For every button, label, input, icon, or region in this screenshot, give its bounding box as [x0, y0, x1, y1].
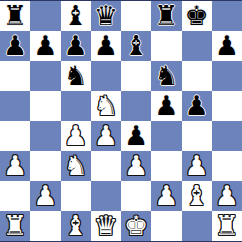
black-pawn: ♟ [3, 32, 27, 59]
square-a1[interactable]: ♜ [0, 211, 30, 241]
black-pawn: ♟ [124, 122, 148, 149]
square-g6[interactable] [182, 61, 212, 91]
black-pawn: ♟ [185, 92, 209, 119]
white-rook: ♜ [215, 212, 239, 239]
white-king: ♚ [124, 212, 148, 239]
black-knight: ♞ [64, 62, 88, 89]
white-pawn: ♟ [124, 152, 148, 179]
square-c1[interactable]: ♝ [61, 211, 91, 241]
square-f1[interactable] [151, 211, 181, 241]
square-d4[interactable]: ♟ [91, 121, 121, 151]
square-f5[interactable]: ♟ [151, 91, 181, 121]
square-e3[interactable]: ♟ [121, 151, 151, 181]
square-e6[interactable] [121, 61, 151, 91]
black-pawn: ♟ [154, 92, 178, 119]
white-queen: ♛ [94, 212, 118, 239]
square-g3[interactable]: ♟ [182, 151, 212, 181]
square-a5[interactable] [0, 91, 30, 121]
black-bishop: ♝ [64, 2, 88, 29]
white-bishop: ♝ [64, 212, 88, 239]
black-bishop: ♝ [124, 32, 148, 59]
square-b2[interactable]: ♟ [30, 181, 60, 211]
square-c7[interactable]: ♟ [61, 31, 91, 61]
white-pawn: ♟ [185, 152, 209, 179]
square-d7[interactable]: ♟ [91, 31, 121, 61]
square-e1[interactable]: ♚ [121, 211, 151, 241]
black-pawn: ♟ [33, 32, 57, 59]
square-a4[interactable] [0, 121, 30, 151]
white-rook: ♜ [3, 212, 27, 239]
square-a7[interactable]: ♟ [0, 31, 30, 61]
white-pawn: ♟ [33, 182, 57, 209]
square-b6[interactable] [30, 61, 60, 91]
white-pawn: ♟ [3, 152, 27, 179]
square-h8[interactable] [212, 1, 242, 31]
square-c5[interactable] [61, 91, 91, 121]
black-pawn: ♟ [64, 32, 88, 59]
square-e2[interactable] [121, 181, 151, 211]
square-f6[interactable]: ♞ [151, 61, 181, 91]
white-knight: ♞ [94, 92, 118, 119]
square-f4[interactable] [151, 121, 181, 151]
white-pawn: ♟ [64, 122, 88, 149]
square-e8[interactable] [121, 1, 151, 31]
square-f7[interactable] [151, 31, 181, 61]
square-c3[interactable]: ♞ [61, 151, 91, 181]
black-queen: ♛ [94, 2, 118, 29]
black-pawn: ♟ [215, 32, 239, 59]
square-g5[interactable]: ♟ [182, 91, 212, 121]
square-d8[interactable]: ♛ [91, 1, 121, 31]
square-d6[interactable] [91, 61, 121, 91]
square-c2[interactable] [61, 181, 91, 211]
square-h1[interactable]: ♜ [212, 211, 242, 241]
square-a8[interactable]: ♜ [0, 1, 30, 31]
square-h4[interactable] [212, 121, 242, 151]
square-d5[interactable]: ♞ [91, 91, 121, 121]
square-h5[interactable] [212, 91, 242, 121]
square-a3[interactable]: ♟ [0, 151, 30, 181]
square-b8[interactable] [30, 1, 60, 31]
square-h6[interactable] [212, 61, 242, 91]
black-rook: ♜ [154, 2, 178, 29]
square-e5[interactable] [121, 91, 151, 121]
black-rook: ♜ [3, 2, 27, 29]
square-c8[interactable]: ♝ [61, 1, 91, 31]
black-pawn: ♟ [94, 32, 118, 59]
white-pawn: ♟ [154, 182, 178, 209]
square-a6[interactable] [0, 61, 30, 91]
square-b4[interactable] [30, 121, 60, 151]
chess-board-frame: ♜♝♛♜♚♟♟♟♟♝♟♞♞♞♟♟♟♟♟♟♞♟♟♟♟♝♟♜♝♛♚♜ [0, 0, 242, 242]
square-g1[interactable] [182, 211, 212, 241]
chess-board: ♜♝♛♜♚♟♟♟♟♝♟♞♞♞♟♟♟♟♟♟♞♟♟♟♟♝♟♜♝♛♚♜ [0, 1, 242, 241]
square-h3[interactable] [212, 151, 242, 181]
white-pawn: ♟ [215, 182, 239, 209]
black-king: ♚ [185, 2, 209, 29]
square-e4[interactable]: ♟ [121, 121, 151, 151]
square-d1[interactable]: ♛ [91, 211, 121, 241]
white-bishop: ♝ [185, 182, 209, 209]
square-f2[interactable]: ♟ [151, 181, 181, 211]
square-d2[interactable] [91, 181, 121, 211]
square-g2[interactable]: ♝ [182, 181, 212, 211]
square-h7[interactable]: ♟ [212, 31, 242, 61]
square-c6[interactable]: ♞ [61, 61, 91, 91]
square-f3[interactable] [151, 151, 181, 181]
square-h2[interactable]: ♟ [212, 181, 242, 211]
square-g8[interactable]: ♚ [182, 1, 212, 31]
square-g7[interactable] [182, 31, 212, 61]
black-knight: ♞ [154, 62, 178, 89]
square-a2[interactable] [0, 181, 30, 211]
square-b3[interactable] [30, 151, 60, 181]
square-b5[interactable] [30, 91, 60, 121]
square-d3[interactable] [91, 151, 121, 181]
square-b7[interactable]: ♟ [30, 31, 60, 61]
square-e7[interactable]: ♝ [121, 31, 151, 61]
square-c4[interactable]: ♟ [61, 121, 91, 151]
white-knight: ♞ [64, 152, 88, 179]
square-f8[interactable]: ♜ [151, 1, 181, 31]
square-b1[interactable] [30, 211, 60, 241]
white-pawn: ♟ [94, 122, 118, 149]
square-g4[interactable] [182, 121, 212, 151]
